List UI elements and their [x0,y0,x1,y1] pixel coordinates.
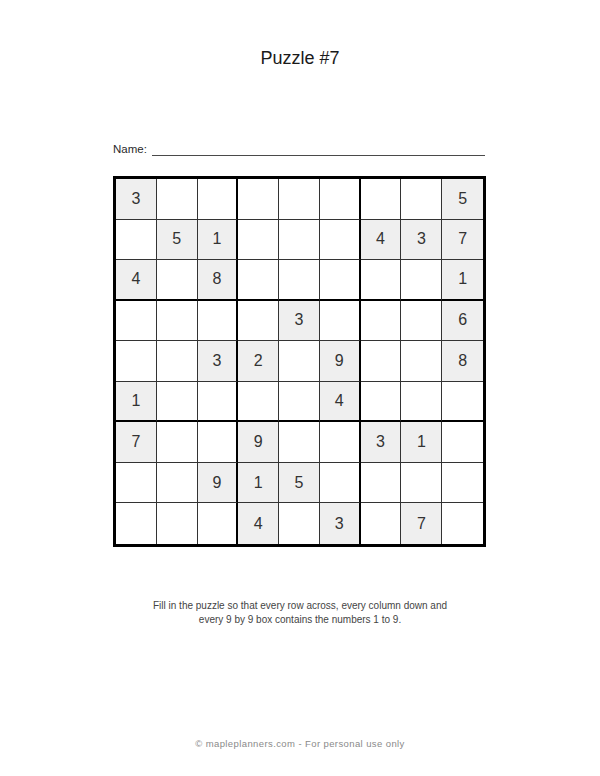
cell-r8c2[interactable] [157,463,198,504]
cell-r1c1: 3 [116,179,157,220]
cell-r2c9: 7 [442,220,483,261]
cell-r5c6: 9 [320,341,361,382]
cell-r8c9[interactable] [442,463,483,504]
cell-r1c5[interactable] [279,179,320,220]
cell-r5c4: 2 [238,341,279,382]
cell-r8c6[interactable] [320,463,361,504]
cell-r5c8[interactable] [401,341,442,382]
cell-r4c5: 3 [279,301,320,342]
cell-r7c7: 3 [361,422,402,463]
cell-r5c5[interactable] [279,341,320,382]
cell-r1c6[interactable] [320,179,361,220]
cell-r8c7[interactable] [361,463,402,504]
cell-r6c8[interactable] [401,382,442,423]
cell-r6c3[interactable] [198,382,239,423]
cell-r8c5: 5 [279,463,320,504]
cell-r6c5[interactable] [279,382,320,423]
cell-r4c1[interactable] [116,301,157,342]
cell-r4c6[interactable] [320,301,361,342]
cell-r2c6[interactable] [320,220,361,261]
cell-r3c4[interactable] [238,260,279,301]
page-title: Puzzle #7 [0,48,600,69]
cell-r1c8[interactable] [401,179,442,220]
instructions-line-1: Fill in the puzzle so that every row acr… [0,599,600,613]
cell-r9c4: 4 [238,503,279,544]
cell-r4c2[interactable] [157,301,198,342]
cell-r2c2: 5 [157,220,198,261]
sudoku-board: 3551437481363298147931915437 [113,176,486,547]
cell-r3c7[interactable] [361,260,402,301]
cell-r9c8: 7 [401,503,442,544]
cell-r6c7[interactable] [361,382,402,423]
instructions: Fill in the puzzle so that every row acr… [0,599,600,627]
cell-r9c7[interactable] [361,503,402,544]
cell-r3c9: 1 [442,260,483,301]
cell-r6c2[interactable] [157,382,198,423]
cell-r7c5[interactable] [279,422,320,463]
cell-r4c7[interactable] [361,301,402,342]
cell-r7c2[interactable] [157,422,198,463]
cell-r2c4[interactable] [238,220,279,261]
cell-r8c3: 9 [198,463,239,504]
cell-r2c3: 1 [198,220,239,261]
cell-r7c3[interactable] [198,422,239,463]
name-input-line[interactable] [152,141,485,156]
cell-r3c1: 4 [116,260,157,301]
cell-r9c1[interactable] [116,503,157,544]
cell-r8c4: 1 [238,463,279,504]
cell-r4c4[interactable] [238,301,279,342]
cell-r2c7: 4 [361,220,402,261]
cell-r6c6: 4 [320,382,361,423]
cell-r3c2[interactable] [157,260,198,301]
cell-r8c1[interactable] [116,463,157,504]
cell-r3c3: 8 [198,260,239,301]
cell-r1c7[interactable] [361,179,402,220]
cell-r2c5[interactable] [279,220,320,261]
cell-r9c3[interactable] [198,503,239,544]
cell-r7c1: 7 [116,422,157,463]
cell-r9c6: 3 [320,503,361,544]
cell-r1c2[interactable] [157,179,198,220]
cell-r5c1[interactable] [116,341,157,382]
worksheet-page: Puzzle #7 Name: 355143748136329814793191… [0,0,600,776]
cell-r6c1: 1 [116,382,157,423]
cell-r9c2[interactable] [157,503,198,544]
cell-r4c8[interactable] [401,301,442,342]
cell-r8c8[interactable] [401,463,442,504]
cell-r3c8[interactable] [401,260,442,301]
name-field-row: Name: [113,140,485,156]
cell-r1c3[interactable] [198,179,239,220]
cell-r4c9: 6 [442,301,483,342]
cell-r3c6[interactable] [320,260,361,301]
cell-r4c3[interactable] [198,301,239,342]
instructions-line-2: every 9 by 9 box contains the numbers 1 … [0,613,600,627]
cell-r2c8: 3 [401,220,442,261]
name-label: Name: [113,143,147,156]
footer-copyright: © mapleplanners.com - For personal use o… [0,738,600,749]
cell-r7c6[interactable] [320,422,361,463]
cell-r9c5[interactable] [279,503,320,544]
cell-r9c9[interactable] [442,503,483,544]
cell-r7c9[interactable] [442,422,483,463]
cell-r1c9: 5 [442,179,483,220]
cell-r5c2[interactable] [157,341,198,382]
cell-r7c4: 9 [238,422,279,463]
cell-r2c1[interactable] [116,220,157,261]
cell-r7c8: 1 [401,422,442,463]
cell-r5c7[interactable] [361,341,402,382]
cell-r5c3: 3 [198,341,239,382]
cell-r6c4[interactable] [238,382,279,423]
cell-r5c9: 8 [442,341,483,382]
cell-r1c4[interactable] [238,179,279,220]
cell-r6c9[interactable] [442,382,483,423]
cell-r3c5[interactable] [279,260,320,301]
